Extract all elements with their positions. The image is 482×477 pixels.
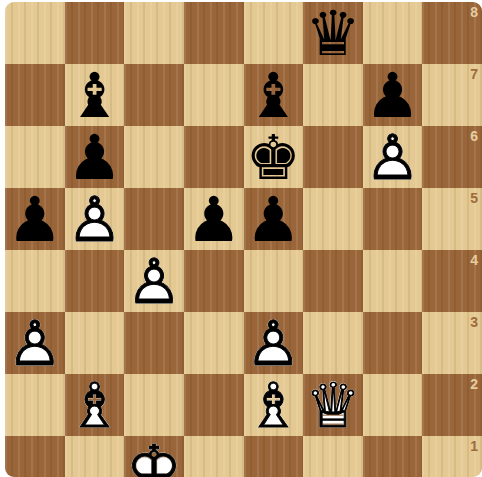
square-g1[interactable]: g <box>363 436 423 477</box>
rank-label-1: 1 <box>470 438 478 454</box>
square-c3[interactable] <box>124 312 184 374</box>
white-queen-f2[interactable]: ♕ <box>305 375 361 437</box>
square-e1[interactable]: e <box>244 436 304 477</box>
square-a3[interactable]: ♙ <box>5 312 65 374</box>
white-pawn-a3[interactable]: ♙ <box>7 313 63 375</box>
square-b2[interactable]: ♗ <box>65 374 125 436</box>
black-king-e6[interactable]: ♚ <box>246 127 302 189</box>
page-background: ♛8♝♝♟7♟♚♙6♟♙♟♟5♙4♙♙3♗♗♕2abc♔defg1h <box>0 0 482 477</box>
square-e8[interactable] <box>244 2 304 64</box>
square-a1[interactable]: a <box>5 436 65 477</box>
square-g7[interactable]: ♟ <box>363 64 423 126</box>
square-g6[interactable]: ♙ <box>363 126 423 188</box>
square-h4[interactable]: 4 <box>422 250 482 312</box>
square-h1[interactable]: 1h <box>422 436 482 477</box>
square-c7[interactable] <box>124 64 184 126</box>
square-g8[interactable] <box>363 2 423 64</box>
square-d1[interactable]: d <box>184 436 244 477</box>
square-d5[interactable]: ♟ <box>184 188 244 250</box>
black-queen-f8[interactable]: ♛ <box>305 3 361 65</box>
square-g5[interactable] <box>363 188 423 250</box>
square-a5[interactable]: ♟ <box>5 188 65 250</box>
square-b3[interactable] <box>65 312 125 374</box>
square-f4[interactable] <box>303 250 363 312</box>
square-a7[interactable] <box>5 64 65 126</box>
rank-label-4: 4 <box>470 252 478 268</box>
square-e3[interactable]: ♙ <box>244 312 304 374</box>
square-f2[interactable]: ♕ <box>303 374 363 436</box>
square-d4[interactable] <box>184 250 244 312</box>
white-pawn-c4[interactable]: ♙ <box>126 251 182 313</box>
square-d2[interactable] <box>184 374 244 436</box>
black-bishop-e7[interactable]: ♝ <box>246 65 302 127</box>
square-h5[interactable]: 5 <box>422 188 482 250</box>
square-e6[interactable]: ♚ <box>244 126 304 188</box>
rank-label-3: 3 <box>470 314 478 330</box>
square-f8[interactable]: ♛ <box>303 2 363 64</box>
square-c2[interactable] <box>124 374 184 436</box>
square-h3[interactable]: 3 <box>422 312 482 374</box>
square-c4[interactable]: ♙ <box>124 250 184 312</box>
black-pawn-d5[interactable]: ♟ <box>186 189 242 251</box>
rank-label-6: 6 <box>470 128 478 144</box>
square-b4[interactable] <box>65 250 125 312</box>
white-pawn-e3[interactable]: ♙ <box>246 313 302 375</box>
square-f6[interactable] <box>303 126 363 188</box>
square-d8[interactable] <box>184 2 244 64</box>
square-a6[interactable] <box>5 126 65 188</box>
square-f1[interactable]: f <box>303 436 363 477</box>
square-a8[interactable] <box>5 2 65 64</box>
white-bishop-e2[interactable]: ♗ <box>246 375 302 437</box>
square-g2[interactable] <box>363 374 423 436</box>
square-a2[interactable] <box>5 374 65 436</box>
square-f3[interactable] <box>303 312 363 374</box>
square-d3[interactable] <box>184 312 244 374</box>
square-c8[interactable] <box>124 2 184 64</box>
white-pawn-b5[interactable]: ♙ <box>67 189 123 251</box>
square-d6[interactable] <box>184 126 244 188</box>
rank-label-5: 5 <box>470 190 478 206</box>
square-a4[interactable] <box>5 250 65 312</box>
square-e7[interactable]: ♝ <box>244 64 304 126</box>
square-b1[interactable]: b <box>65 436 125 477</box>
black-bishop-b7[interactable]: ♝ <box>67 65 123 127</box>
square-e2[interactable]: ♗ <box>244 374 304 436</box>
square-b8[interactable] <box>65 2 125 64</box>
square-g3[interactable] <box>363 312 423 374</box>
square-f5[interactable] <box>303 188 363 250</box>
black-pawn-b6[interactable]: ♟ <box>67 127 123 189</box>
rank-label-7: 7 <box>470 66 478 82</box>
white-pawn-g6[interactable]: ♙ <box>365 127 421 189</box>
square-c1[interactable]: c♔ <box>124 436 184 477</box>
square-g4[interactable] <box>363 250 423 312</box>
square-b5[interactable]: ♙ <box>65 188 125 250</box>
square-h8[interactable]: 8 <box>422 2 482 64</box>
white-king-c1[interactable]: ♔ <box>126 437 182 477</box>
square-f7[interactable] <box>303 64 363 126</box>
square-h2[interactable]: 2 <box>422 374 482 436</box>
square-b6[interactable]: ♟ <box>65 126 125 188</box>
black-pawn-g7[interactable]: ♟ <box>365 65 421 127</box>
chess-board: ♛8♝♝♟7♟♚♙6♟♙♟♟5♙4♙♙3♗♗♕2abc♔defg1h <box>5 2 482 477</box>
rank-label-8: 8 <box>470 4 478 20</box>
square-e4[interactable] <box>244 250 304 312</box>
rank-label-2: 2 <box>470 376 478 392</box>
square-h6[interactable]: 6 <box>422 126 482 188</box>
black-pawn-e5[interactable]: ♟ <box>246 189 302 251</box>
square-h7[interactable]: 7 <box>422 64 482 126</box>
square-d7[interactable] <box>184 64 244 126</box>
square-b7[interactable]: ♝ <box>65 64 125 126</box>
square-e5[interactable]: ♟ <box>244 188 304 250</box>
white-bishop-b2[interactable]: ♗ <box>67 375 123 437</box>
square-c5[interactable] <box>124 188 184 250</box>
black-pawn-a5[interactable]: ♟ <box>7 189 63 251</box>
square-c6[interactable] <box>124 126 184 188</box>
